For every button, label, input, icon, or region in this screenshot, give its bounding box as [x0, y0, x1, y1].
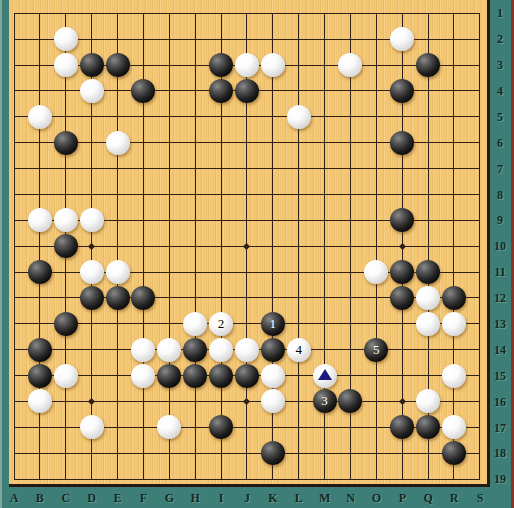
- point-A12[interactable]: [9, 285, 27, 311]
- point-H5[interactable]: [182, 104, 208, 130]
- point-R5[interactable]: [441, 104, 467, 130]
- point-P9[interactable]: [389, 207, 415, 233]
- point-J1[interactable]: [234, 0, 260, 26]
- point-H6[interactable]: [182, 130, 208, 156]
- point-F7[interactable]: [130, 156, 156, 182]
- point-R19[interactable]: [441, 466, 467, 487]
- point-N9[interactable]: [337, 207, 363, 233]
- point-L16[interactable]: [286, 389, 312, 415]
- point-A1[interactable]: [9, 0, 27, 26]
- point-R6[interactable]: [441, 130, 467, 156]
- point-R13[interactable]: [441, 311, 467, 337]
- point-C9[interactable]: [53, 207, 79, 233]
- point-P7[interactable]: [389, 156, 415, 182]
- point-N19[interactable]: [337, 466, 363, 487]
- point-F6[interactable]: [130, 130, 156, 156]
- point-P16[interactable]: [389, 389, 415, 415]
- point-M4[interactable]: [312, 78, 338, 104]
- point-E2[interactable]: [105, 26, 131, 52]
- point-E17[interactable]: [105, 414, 131, 440]
- point-M14[interactable]: [312, 337, 338, 363]
- point-D6[interactable]: [79, 130, 105, 156]
- point-I1[interactable]: [208, 0, 234, 26]
- point-S8[interactable]: [467, 182, 490, 208]
- point-L9[interactable]: [286, 207, 312, 233]
- point-D14[interactable]: [79, 337, 105, 363]
- point-F11[interactable]: [130, 259, 156, 285]
- point-B18[interactable]: [27, 440, 53, 466]
- point-B16[interactable]: [27, 389, 53, 415]
- point-K17[interactable]: [260, 414, 286, 440]
- point-O14[interactable]: 5: [363, 337, 389, 363]
- point-K18[interactable]: [260, 440, 286, 466]
- point-K3[interactable]: [260, 52, 286, 78]
- point-J3[interactable]: [234, 52, 260, 78]
- point-A15[interactable]: [9, 363, 27, 389]
- point-C15[interactable]: [53, 363, 79, 389]
- point-G15[interactable]: [156, 363, 182, 389]
- point-S19[interactable]: [467, 466, 490, 487]
- point-O19[interactable]: [363, 466, 389, 487]
- point-M11[interactable]: [312, 259, 338, 285]
- point-R18[interactable]: [441, 440, 467, 466]
- point-F9[interactable]: [130, 207, 156, 233]
- point-E8[interactable]: [105, 182, 131, 208]
- point-M12[interactable]: [312, 285, 338, 311]
- point-R8[interactable]: [441, 182, 467, 208]
- point-O5[interactable]: [363, 104, 389, 130]
- point-N15[interactable]: [337, 363, 363, 389]
- point-G16[interactable]: [156, 389, 182, 415]
- point-S14[interactable]: [467, 337, 490, 363]
- point-G11[interactable]: [156, 259, 182, 285]
- point-C6[interactable]: [53, 130, 79, 156]
- point-G5[interactable]: [156, 104, 182, 130]
- point-E15[interactable]: [105, 363, 131, 389]
- point-I4[interactable]: [208, 78, 234, 104]
- point-L13[interactable]: [286, 311, 312, 337]
- point-M8[interactable]: [312, 182, 338, 208]
- point-B17[interactable]: [27, 414, 53, 440]
- point-P6[interactable]: [389, 130, 415, 156]
- point-N5[interactable]: [337, 104, 363, 130]
- point-I7[interactable]: [208, 156, 234, 182]
- point-L11[interactable]: [286, 259, 312, 285]
- point-D19[interactable]: [79, 466, 105, 487]
- point-A3[interactable]: [9, 52, 27, 78]
- point-O1[interactable]: [363, 0, 389, 26]
- point-G14[interactable]: [156, 337, 182, 363]
- point-D1[interactable]: [79, 0, 105, 26]
- point-A4[interactable]: [9, 78, 27, 104]
- point-K5[interactable]: [260, 104, 286, 130]
- point-B1[interactable]: [27, 0, 53, 26]
- point-Q1[interactable]: [415, 0, 441, 26]
- point-Q15[interactable]: [415, 363, 441, 389]
- point-S11[interactable]: [467, 259, 490, 285]
- point-G1[interactable]: [156, 0, 182, 26]
- point-O6[interactable]: [363, 130, 389, 156]
- point-F14[interactable]: [130, 337, 156, 363]
- point-N12[interactable]: [337, 285, 363, 311]
- point-C14[interactable]: [53, 337, 79, 363]
- point-C19[interactable]: [53, 466, 79, 487]
- point-M2[interactable]: [312, 26, 338, 52]
- point-D4[interactable]: [79, 78, 105, 104]
- point-A19[interactable]: [9, 466, 27, 487]
- point-C10[interactable]: [53, 233, 79, 259]
- point-R10[interactable]: [441, 233, 467, 259]
- point-J8[interactable]: [234, 182, 260, 208]
- point-O3[interactable]: [363, 52, 389, 78]
- point-F19[interactable]: [130, 466, 156, 487]
- point-A14[interactable]: [9, 337, 27, 363]
- point-K6[interactable]: [260, 130, 286, 156]
- point-P10[interactable]: [389, 233, 415, 259]
- point-P14[interactable]: [389, 337, 415, 363]
- point-S5[interactable]: [467, 104, 490, 130]
- point-J7[interactable]: [234, 156, 260, 182]
- point-J2[interactable]: [234, 26, 260, 52]
- point-E5[interactable]: [105, 104, 131, 130]
- point-R7[interactable]: [441, 156, 467, 182]
- point-P15[interactable]: [389, 363, 415, 389]
- point-H3[interactable]: [182, 52, 208, 78]
- point-A6[interactable]: [9, 130, 27, 156]
- point-A17[interactable]: [9, 414, 27, 440]
- point-C13[interactable]: [53, 311, 79, 337]
- point-K19[interactable]: [260, 466, 286, 487]
- point-E11[interactable]: [105, 259, 131, 285]
- point-J14[interactable]: [234, 337, 260, 363]
- point-P12[interactable]: [389, 285, 415, 311]
- point-K4[interactable]: [260, 78, 286, 104]
- point-G6[interactable]: [156, 130, 182, 156]
- point-Q13[interactable]: [415, 311, 441, 337]
- point-A13[interactable]: [9, 311, 27, 337]
- point-N17[interactable]: [337, 414, 363, 440]
- point-N6[interactable]: [337, 130, 363, 156]
- point-K2[interactable]: [260, 26, 286, 52]
- point-F5[interactable]: [130, 104, 156, 130]
- point-B5[interactable]: [27, 104, 53, 130]
- point-N18[interactable]: [337, 440, 363, 466]
- point-S1[interactable]: [467, 0, 490, 26]
- point-F12[interactable]: [130, 285, 156, 311]
- point-C5[interactable]: [53, 104, 79, 130]
- point-N1[interactable]: [337, 0, 363, 26]
- point-O11[interactable]: [363, 259, 389, 285]
- point-Q14[interactable]: [415, 337, 441, 363]
- point-E9[interactable]: [105, 207, 131, 233]
- point-J19[interactable]: [234, 466, 260, 487]
- point-C3[interactable]: [53, 52, 79, 78]
- point-M6[interactable]: [312, 130, 338, 156]
- point-A11[interactable]: [9, 259, 27, 285]
- point-I19[interactable]: [208, 466, 234, 487]
- point-Q5[interactable]: [415, 104, 441, 130]
- point-G7[interactable]: [156, 156, 182, 182]
- point-M7[interactable]: [312, 156, 338, 182]
- point-M5[interactable]: [312, 104, 338, 130]
- point-O18[interactable]: [363, 440, 389, 466]
- point-A10[interactable]: [9, 233, 27, 259]
- point-L19[interactable]: [286, 466, 312, 487]
- point-N13[interactable]: [337, 311, 363, 337]
- point-G9[interactable]: [156, 207, 182, 233]
- point-C17[interactable]: [53, 414, 79, 440]
- point-B13[interactable]: [27, 311, 53, 337]
- point-R12[interactable]: [441, 285, 467, 311]
- point-D15[interactable]: [79, 363, 105, 389]
- point-J6[interactable]: [234, 130, 260, 156]
- point-G8[interactable]: [156, 182, 182, 208]
- point-L14[interactable]: 4: [286, 337, 312, 363]
- point-S17[interactable]: [467, 414, 490, 440]
- point-K10[interactable]: [260, 233, 286, 259]
- point-S15[interactable]: [467, 363, 490, 389]
- point-C2[interactable]: [53, 26, 79, 52]
- point-I5[interactable]: [208, 104, 234, 130]
- point-S9[interactable]: [467, 207, 490, 233]
- point-A8[interactable]: [9, 182, 27, 208]
- point-E3[interactable]: [105, 52, 131, 78]
- point-J9[interactable]: [234, 207, 260, 233]
- point-O2[interactable]: [363, 26, 389, 52]
- point-A9[interactable]: [9, 207, 27, 233]
- point-B15[interactable]: [27, 363, 53, 389]
- point-J5[interactable]: [234, 104, 260, 130]
- point-S10[interactable]: [467, 233, 490, 259]
- point-Q6[interactable]: [415, 130, 441, 156]
- point-Q18[interactable]: [415, 440, 441, 466]
- point-N11[interactable]: [337, 259, 363, 285]
- point-F10[interactable]: [130, 233, 156, 259]
- point-H16[interactable]: [182, 389, 208, 415]
- point-F3[interactable]: [130, 52, 156, 78]
- point-N3[interactable]: [337, 52, 363, 78]
- point-F18[interactable]: [130, 440, 156, 466]
- point-J18[interactable]: [234, 440, 260, 466]
- point-H4[interactable]: [182, 78, 208, 104]
- point-O10[interactable]: [363, 233, 389, 259]
- point-K9[interactable]: [260, 207, 286, 233]
- point-I6[interactable]: [208, 130, 234, 156]
- point-H12[interactable]: [182, 285, 208, 311]
- point-E10[interactable]: [105, 233, 131, 259]
- point-P11[interactable]: [389, 259, 415, 285]
- point-B4[interactable]: [27, 78, 53, 104]
- point-E16[interactable]: [105, 389, 131, 415]
- point-O8[interactable]: [363, 182, 389, 208]
- point-L4[interactable]: [286, 78, 312, 104]
- point-J10[interactable]: [234, 233, 260, 259]
- point-J17[interactable]: [234, 414, 260, 440]
- point-D10[interactable]: [79, 233, 105, 259]
- point-G17[interactable]: [156, 414, 182, 440]
- point-G2[interactable]: [156, 26, 182, 52]
- point-Q12[interactable]: [415, 285, 441, 311]
- point-D3[interactable]: [79, 52, 105, 78]
- point-R1[interactable]: [441, 0, 467, 26]
- point-Q2[interactable]: [415, 26, 441, 52]
- point-B7[interactable]: [27, 156, 53, 182]
- point-D12[interactable]: [79, 285, 105, 311]
- point-C18[interactable]: [53, 440, 79, 466]
- point-P2[interactable]: [389, 26, 415, 52]
- point-P17[interactable]: [389, 414, 415, 440]
- point-K15[interactable]: [260, 363, 286, 389]
- point-L8[interactable]: [286, 182, 312, 208]
- point-C1[interactable]: [53, 0, 79, 26]
- point-D9[interactable]: [79, 207, 105, 233]
- point-O13[interactable]: [363, 311, 389, 337]
- point-Q16[interactable]: [415, 389, 441, 415]
- point-B10[interactable]: [27, 233, 53, 259]
- point-F1[interactable]: [130, 0, 156, 26]
- point-B3[interactable]: [27, 52, 53, 78]
- point-R4[interactable]: [441, 78, 467, 104]
- point-L12[interactable]: [286, 285, 312, 311]
- point-F4[interactable]: [130, 78, 156, 104]
- point-S6[interactable]: [467, 130, 490, 156]
- point-R17[interactable]: [441, 414, 467, 440]
- point-P13[interactable]: [389, 311, 415, 337]
- point-S16[interactable]: [467, 389, 490, 415]
- point-D17[interactable]: [79, 414, 105, 440]
- point-N16[interactable]: [337, 389, 363, 415]
- point-H8[interactable]: [182, 182, 208, 208]
- point-R16[interactable]: [441, 389, 467, 415]
- point-M19[interactable]: [312, 466, 338, 487]
- point-O7[interactable]: [363, 156, 389, 182]
- point-J16[interactable]: [234, 389, 260, 415]
- point-M1[interactable]: [312, 0, 338, 26]
- point-E4[interactable]: [105, 78, 131, 104]
- point-K1[interactable]: [260, 0, 286, 26]
- point-O16[interactable]: [363, 389, 389, 415]
- point-O9[interactable]: [363, 207, 389, 233]
- point-H9[interactable]: [182, 207, 208, 233]
- point-S2[interactable]: [467, 26, 490, 52]
- point-M15[interactable]: [312, 363, 338, 389]
- point-N8[interactable]: [337, 182, 363, 208]
- point-I11[interactable]: [208, 259, 234, 285]
- point-L15[interactable]: [286, 363, 312, 389]
- point-K16[interactable]: [260, 389, 286, 415]
- point-S4[interactable]: [467, 78, 490, 104]
- point-M18[interactable]: [312, 440, 338, 466]
- point-B11[interactable]: [27, 259, 53, 285]
- point-N7[interactable]: [337, 156, 363, 182]
- point-G3[interactable]: [156, 52, 182, 78]
- point-H18[interactable]: [182, 440, 208, 466]
- point-L3[interactable]: [286, 52, 312, 78]
- point-J13[interactable]: [234, 311, 260, 337]
- point-D5[interactable]: [79, 104, 105, 130]
- point-Q3[interactable]: [415, 52, 441, 78]
- point-K11[interactable]: [260, 259, 286, 285]
- point-O15[interactable]: [363, 363, 389, 389]
- point-H2[interactable]: [182, 26, 208, 52]
- point-O17[interactable]: [363, 414, 389, 440]
- point-F15[interactable]: [130, 363, 156, 389]
- point-D8[interactable]: [79, 182, 105, 208]
- point-Q19[interactable]: [415, 466, 441, 487]
- point-M9[interactable]: [312, 207, 338, 233]
- point-O4[interactable]: [363, 78, 389, 104]
- point-C4[interactable]: [53, 78, 79, 104]
- point-H11[interactable]: [182, 259, 208, 285]
- point-Q10[interactable]: [415, 233, 441, 259]
- point-B9[interactable]: [27, 207, 53, 233]
- point-L6[interactable]: [286, 130, 312, 156]
- point-F16[interactable]: [130, 389, 156, 415]
- point-E1[interactable]: [105, 0, 131, 26]
- point-I12[interactable]: [208, 285, 234, 311]
- point-P18[interactable]: [389, 440, 415, 466]
- point-P5[interactable]: [389, 104, 415, 130]
- point-M17[interactable]: [312, 414, 338, 440]
- point-C12[interactable]: [53, 285, 79, 311]
- point-S12[interactable]: [467, 285, 490, 311]
- point-I13[interactable]: 2: [208, 311, 234, 337]
- point-I3[interactable]: [208, 52, 234, 78]
- point-S3[interactable]: [467, 52, 490, 78]
- point-A16[interactable]: [9, 389, 27, 415]
- point-A5[interactable]: [9, 104, 27, 130]
- point-C16[interactable]: [53, 389, 79, 415]
- point-H15[interactable]: [182, 363, 208, 389]
- point-A2[interactable]: [9, 26, 27, 52]
- point-N14[interactable]: [337, 337, 363, 363]
- point-P1[interactable]: [389, 0, 415, 26]
- point-I8[interactable]: [208, 182, 234, 208]
- point-S13[interactable]: [467, 311, 490, 337]
- point-P4[interactable]: [389, 78, 415, 104]
- point-I16[interactable]: [208, 389, 234, 415]
- point-M3[interactable]: [312, 52, 338, 78]
- point-F13[interactable]: [130, 311, 156, 337]
- point-R9[interactable]: [441, 207, 467, 233]
- point-F8[interactable]: [130, 182, 156, 208]
- point-B12[interactable]: [27, 285, 53, 311]
- point-E14[interactable]: [105, 337, 131, 363]
- point-I10[interactable]: [208, 233, 234, 259]
- point-P8[interactable]: [389, 182, 415, 208]
- point-L2[interactable]: [286, 26, 312, 52]
- point-L18[interactable]: [286, 440, 312, 466]
- point-R15[interactable]: [441, 363, 467, 389]
- point-B14[interactable]: [27, 337, 53, 363]
- point-L7[interactable]: [286, 156, 312, 182]
- point-S7[interactable]: [467, 156, 490, 182]
- point-O12[interactable]: [363, 285, 389, 311]
- point-J12[interactable]: [234, 285, 260, 311]
- point-E13[interactable]: [105, 311, 131, 337]
- point-I17[interactable]: [208, 414, 234, 440]
- point-G18[interactable]: [156, 440, 182, 466]
- point-K13[interactable]: 1: [260, 311, 286, 337]
- point-H10[interactable]: [182, 233, 208, 259]
- point-R11[interactable]: [441, 259, 467, 285]
- point-J4[interactable]: [234, 78, 260, 104]
- point-F2[interactable]: [130, 26, 156, 52]
- point-G13[interactable]: [156, 311, 182, 337]
- point-G10[interactable]: [156, 233, 182, 259]
- point-L5[interactable]: [286, 104, 312, 130]
- point-E6[interactable]: [105, 130, 131, 156]
